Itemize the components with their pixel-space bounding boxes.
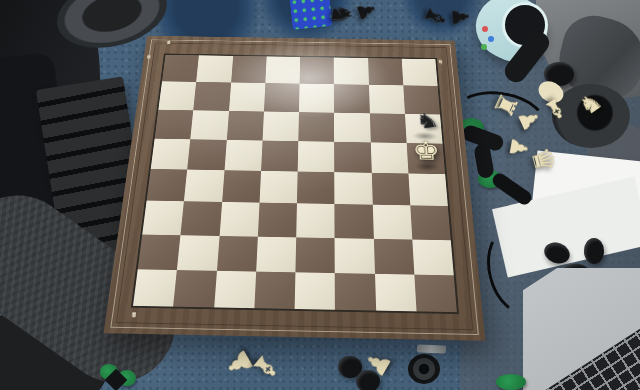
square xyxy=(264,83,300,112)
square xyxy=(334,172,372,205)
black-piece-top-view xyxy=(408,354,440,384)
square xyxy=(298,112,334,142)
square xyxy=(334,142,371,173)
square xyxy=(369,113,406,143)
square xyxy=(335,238,375,274)
laptop-keyboard xyxy=(527,293,640,390)
square xyxy=(259,171,297,204)
square xyxy=(370,142,408,173)
scattered-black-pawn: ♟ xyxy=(448,6,472,28)
square xyxy=(368,58,403,85)
square xyxy=(138,234,181,270)
square xyxy=(295,272,336,310)
square xyxy=(214,271,256,309)
square xyxy=(258,203,297,237)
white-king: ♚ xyxy=(412,138,442,164)
felt-base xyxy=(496,374,526,390)
square xyxy=(410,206,451,240)
laptop-body xyxy=(523,268,640,390)
coordinate-label: 1 xyxy=(167,40,171,45)
square xyxy=(196,55,232,82)
square xyxy=(300,57,334,84)
coordinate-label: 1 xyxy=(131,310,136,317)
square xyxy=(229,83,266,112)
square xyxy=(297,172,335,205)
square xyxy=(155,109,194,139)
square xyxy=(373,238,414,274)
square xyxy=(142,201,184,235)
square xyxy=(162,55,199,82)
square xyxy=(414,274,457,312)
square xyxy=(371,173,410,206)
square xyxy=(256,236,296,272)
square xyxy=(298,141,335,172)
square xyxy=(335,273,376,311)
square xyxy=(375,274,417,312)
square xyxy=(224,140,262,171)
square xyxy=(217,236,258,272)
square xyxy=(265,56,300,83)
square xyxy=(226,111,263,141)
square xyxy=(369,85,405,114)
square xyxy=(133,269,177,307)
photo-stage: ♞ ♟ ♝ ♟ ♜ ♟ ♝ ♟ ♛ ♞ ♟ ♝ ♟ 87654321 87654… xyxy=(0,0,640,390)
square xyxy=(299,84,334,113)
square xyxy=(334,112,370,142)
square xyxy=(334,58,369,85)
square xyxy=(231,56,267,83)
mug-print-dot xyxy=(481,44,487,50)
square xyxy=(335,204,374,238)
square xyxy=(402,59,438,86)
square xyxy=(262,111,299,141)
square xyxy=(173,270,216,308)
square xyxy=(296,203,335,237)
coordinate-label: a xyxy=(147,54,151,59)
square: ♚ xyxy=(406,143,445,174)
square xyxy=(372,205,412,239)
coordinate-label: a xyxy=(439,59,443,64)
square xyxy=(190,110,228,140)
square xyxy=(222,170,261,203)
square xyxy=(254,271,295,309)
square xyxy=(151,138,191,169)
laptop xyxy=(523,268,640,390)
square xyxy=(261,140,298,171)
square xyxy=(177,235,219,271)
square xyxy=(184,170,224,203)
mug-print-dot xyxy=(482,26,488,32)
hinge-bar xyxy=(417,344,446,353)
square xyxy=(193,82,230,110)
square xyxy=(334,84,369,113)
square xyxy=(295,237,335,273)
square xyxy=(147,169,188,202)
board-grid: ♞♚ xyxy=(133,55,457,312)
square xyxy=(187,139,226,170)
square xyxy=(408,173,448,206)
mug-print-dot xyxy=(488,36,494,42)
chessboard: 87654321 87654321 hgfedcba hgfedcba ♞♚ xyxy=(104,36,486,341)
black-piece-lying xyxy=(584,238,604,264)
square xyxy=(158,81,196,109)
square xyxy=(181,201,222,235)
square xyxy=(219,202,259,236)
square xyxy=(412,239,454,275)
